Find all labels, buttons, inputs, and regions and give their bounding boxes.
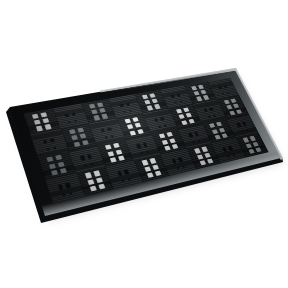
- stud-hole: [176, 167, 179, 169]
- drainage-hole: [73, 142, 79, 147]
- drainage-hole: [155, 171, 161, 177]
- product-photo: [0, 0, 288, 288]
- drainage-hole: [41, 112, 47, 117]
- drainage-hole: [34, 120, 40, 125]
- drainage-hole: [93, 171, 100, 177]
- stud-hole: [47, 148, 50, 150]
- unlit-hole: [136, 144, 141, 149]
- unlit-hole: [178, 158, 183, 163]
- unlit-hole: [58, 185, 63, 190]
- drainage-hole: [71, 135, 77, 140]
- stud-hole: [164, 125, 167, 127]
- drainage-hole: [236, 109, 242, 114]
- drainage-hole: [203, 95, 209, 100]
- drainage-hole: [162, 139, 168, 144]
- stud-hole: [141, 152, 144, 154]
- drainage-hole: [155, 104, 161, 109]
- drainage-hole: [60, 168, 67, 174]
- stud-hole: [232, 154, 235, 156]
- drainage-hole: [150, 93, 156, 98]
- drainage-hole: [165, 145, 171, 150]
- stud-hole: [84, 164, 87, 166]
- drainage-hole: [159, 133, 165, 138]
- drainage-hole: [56, 155, 63, 161]
- drainage-hole: [230, 98, 236, 102]
- drainage-hole: [222, 133, 228, 138]
- drainage-hole: [80, 134, 86, 139]
- unlit-hole: [160, 117, 165, 121]
- drainage-hole: [226, 105, 232, 110]
- unlit-hole: [176, 93, 181, 97]
- unlit-hole: [222, 148, 227, 152]
- drainage-hole: [145, 100, 151, 105]
- stud-hole: [182, 166, 185, 168]
- drainage-hole: [200, 160, 206, 165]
- drainage-hole: [197, 154, 203, 159]
- unlit-hole: [119, 103, 124, 107]
- drainage-hole: [142, 94, 148, 99]
- drainage-hole: [224, 100, 230, 105]
- stud-hole: [91, 163, 94, 165]
- drainage-hole: [94, 115, 100, 120]
- stud-hole: [62, 194, 65, 197]
- unlit-hole: [80, 156, 85, 161]
- drainage-hole: [132, 117, 138, 122]
- drainage-hole: [110, 157, 116, 162]
- unlit-hole: [65, 183, 70, 188]
- stud-hole: [222, 93, 225, 95]
- drainage-hole: [47, 157, 54, 163]
- unlit-hole: [236, 123, 241, 127]
- stud-hole: [193, 141, 196, 143]
- drainage-hole: [118, 155, 124, 160]
- stud-hole: [123, 111, 126, 113]
- drainage-hole: [87, 179, 94, 185]
- drainage-hole: [243, 138, 249, 143]
- drainage-hole: [181, 120, 187, 125]
- stud-hole: [69, 192, 72, 195]
- drainage-hole: [201, 90, 207, 94]
- stud-hole: [68, 121, 71, 123]
- drainage-hole: [100, 108, 106, 113]
- drainage-hole: [215, 135, 221, 140]
- drainage-hole: [201, 147, 207, 152]
- drainage-hole: [82, 140, 88, 145]
- stud-hole: [175, 101, 178, 103]
- stud-hole: [198, 139, 201, 141]
- drainage-hole: [124, 119, 130, 124]
- drainage-hole: [69, 129, 75, 134]
- drainage-hole: [172, 144, 178, 149]
- drainage-hole: [92, 109, 98, 114]
- drainage-hole: [167, 132, 173, 137]
- unlit-hole: [100, 129, 105, 133]
- drainage-hole: [255, 148, 261, 153]
- stud-hole: [75, 120, 78, 122]
- stud-hole: [241, 130, 244, 132]
- stud-hole: [105, 136, 108, 138]
- drainage-hole: [127, 124, 133, 129]
- unlit-hole: [126, 102, 131, 106]
- drainage-hole: [147, 106, 153, 111]
- drainage-hole: [219, 127, 225, 132]
- drainage-hole: [43, 118, 49, 123]
- drainage-hole: [191, 86, 197, 90]
- drainage-hole: [129, 130, 135, 135]
- stud-hole: [227, 92, 230, 94]
- unlit-hole: [87, 154, 92, 159]
- drainage-hole: [233, 104, 239, 109]
- stud-hole: [53, 147, 56, 149]
- unlit-hole: [209, 108, 214, 112]
- drainage-hole: [135, 123, 141, 128]
- drainage-hole: [113, 143, 119, 148]
- drainage-hole: [98, 184, 105, 190]
- drainage-hole: [186, 113, 192, 118]
- drainage-hole: [209, 123, 215, 128]
- drainage-hole: [212, 129, 218, 134]
- drainage-hole: [250, 136, 256, 141]
- unlit-hole: [170, 94, 175, 98]
- drainage-hole: [198, 85, 204, 89]
- drainage-hole: [246, 143, 252, 148]
- unlit-hole: [124, 170, 129, 175]
- drainage-hole: [116, 149, 122, 154]
- drainage-hole: [216, 122, 222, 127]
- drainage-hole: [204, 153, 210, 158]
- drainage-hole: [85, 173, 92, 179]
- stud-hole: [208, 116, 211, 118]
- drainage-hole: [58, 161, 65, 167]
- unlit-hole: [204, 109, 209, 113]
- unlit-hole: [71, 112, 76, 116]
- drainage-hole: [105, 145, 111, 150]
- unlit-hole: [242, 122, 247, 126]
- drainage-hole: [45, 124, 51, 129]
- unlit-hole: [228, 146, 233, 150]
- drainage-hole: [32, 113, 38, 118]
- drainage-hole: [51, 170, 58, 176]
- drainage-hole: [137, 129, 143, 134]
- drainage-hole: [169, 138, 175, 143]
- unlit-hole: [142, 142, 147, 146]
- drainage-hole: [229, 111, 235, 116]
- unlit-hole: [154, 118, 159, 122]
- stud-hole: [158, 126, 161, 128]
- unlit-hole: [43, 140, 48, 145]
- stud-hole: [246, 129, 249, 131]
- unlit-hole: [188, 133, 193, 137]
- stud-hole: [146, 151, 149, 153]
- stud-hole: [129, 110, 132, 112]
- drainage-hole: [142, 160, 148, 165]
- unlit-hole: [218, 86, 222, 90]
- stud-hole: [180, 100, 183, 102]
- drainage-hole: [97, 102, 103, 107]
- unlit-hole: [223, 85, 227, 89]
- drainage-hole: [252, 142, 258, 147]
- unlit-hole: [194, 132, 199, 136]
- drainage-hole: [108, 151, 114, 156]
- drainage-hole: [150, 158, 156, 163]
- unlit-hole: [107, 127, 112, 131]
- unlit-hole: [64, 113, 69, 117]
- drainage-hole: [194, 148, 200, 153]
- stud-hole: [213, 115, 216, 117]
- unlit-hole: [117, 171, 122, 176]
- drainage-hole: [144, 166, 150, 172]
- drainage-hole: [147, 173, 153, 179]
- unlit-hole: [50, 138, 55, 143]
- drainage-hole: [96, 177, 103, 183]
- stud-hole: [122, 180, 125, 182]
- unlit-hole: [172, 159, 177, 164]
- mat-tread-field: [23, 78, 268, 204]
- drainage-hole: [194, 91, 200, 96]
- drainage-hole: [49, 163, 56, 169]
- drainage-hole: [188, 119, 194, 124]
- drainage-hole: [176, 109, 182, 114]
- drainage-hole: [90, 186, 97, 192]
- drainage-hole: [197, 96, 203, 101]
- drainage-hole: [183, 107, 189, 112]
- stud-hole: [111, 135, 114, 137]
- drainage-hole: [77, 127, 83, 132]
- drainage-hole: [89, 104, 95, 109]
- drainage-hole: [152, 164, 158, 169]
- stud-hole: [227, 155, 230, 157]
- stud-hole: [128, 178, 131, 180]
- drainage-hole: [36, 126, 42, 131]
- drainage-hole: [152, 99, 158, 104]
- drainage-hole: [207, 159, 213, 164]
- drainage-hole: [102, 114, 108, 119]
- drainage-hole: [178, 114, 184, 119]
- drainage-hole: [249, 149, 255, 154]
